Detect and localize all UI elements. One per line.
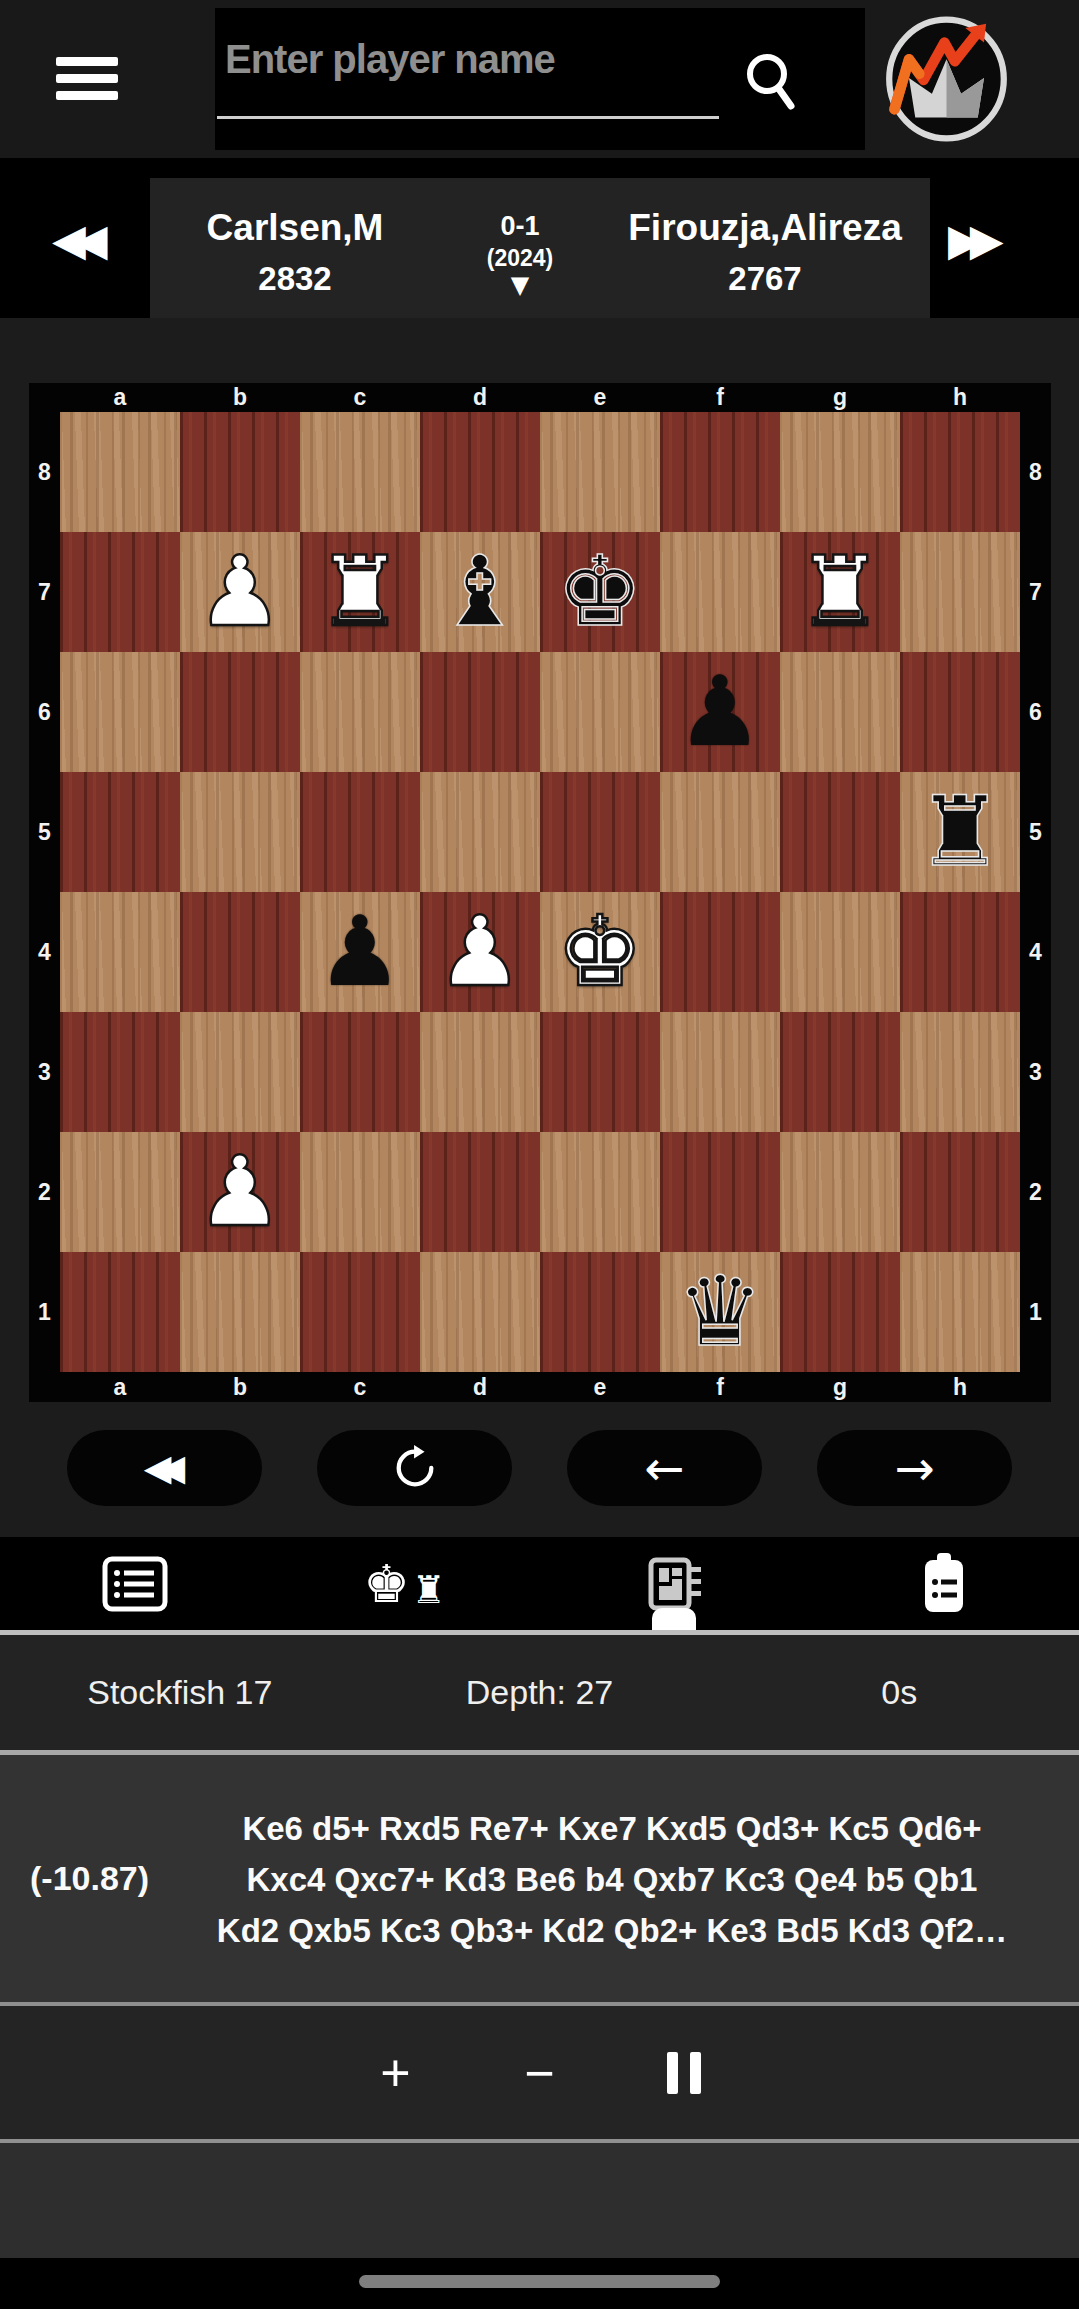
flip-board-icon	[392, 1445, 438, 1491]
square-f8[interactable]	[660, 412, 780, 532]
square-h7[interactable]	[900, 532, 1020, 652]
square-h2[interactable]	[900, 1132, 1020, 1252]
square-g5[interactable]	[780, 772, 900, 892]
square-b6[interactable]	[180, 652, 300, 772]
player-search-box	[215, 8, 865, 150]
game-result: 0-1	[440, 212, 600, 240]
rank-label-2: 2	[29, 1132, 60, 1252]
square-g1[interactable]	[780, 1252, 900, 1372]
square-h1[interactable]	[900, 1252, 1020, 1372]
file-labels-bottom: abcdefgh	[60, 1372, 1020, 1402]
square-a1[interactable]	[60, 1252, 180, 1372]
file-label-e: e	[540, 1372, 660, 1402]
square-b7[interactable]: ♟	[180, 532, 300, 652]
file-label-g: g	[780, 383, 900, 412]
engine-analysis-panel: (-10.87) Ke6 d5+ Rxd5 Re7+ Kxe7 Kxd5 Qd3…	[0, 1755, 1079, 2002]
square-d2[interactable]	[420, 1132, 540, 1252]
white-player: Carlsen,M 2832	[150, 178, 440, 318]
square-f7[interactable]	[660, 532, 780, 652]
square-g2[interactable]	[780, 1132, 900, 1252]
piece-white-rook-c7: ♜	[317, 532, 404, 652]
square-a6[interactable]	[60, 652, 180, 772]
top-bar	[0, 0, 1079, 158]
game-nav-bar: ◀◀ Carlsen,M 2832 0-1 (2024) ▼ Firouzja,…	[0, 158, 1079, 318]
remove-line-button[interactable]: −	[500, 2033, 580, 2113]
square-e8[interactable]	[540, 412, 660, 532]
previous-game-icon[interactable]: ◀◀	[52, 218, 108, 262]
square-a2[interactable]	[60, 1132, 180, 1252]
flip-board-button[interactable]	[317, 1430, 512, 1506]
square-a4[interactable]	[60, 892, 180, 1012]
tab-notes[interactable]	[809, 1537, 1079, 1630]
game-result-block[interactable]: 0-1 (2024) ▼	[440, 178, 600, 318]
square-c2[interactable]	[300, 1132, 420, 1252]
board-grid: ♟♜♝♚♜♟♜♟♟♚♟♛	[60, 412, 1020, 1372]
square-d3[interactable]	[420, 1012, 540, 1132]
square-b8[interactable]	[180, 412, 300, 532]
pv-line-1: Ke6 d5+ Rxd5 Re7+ Kxe7 Kxd5 Qd3+ Kc5 Qd6…	[175, 1802, 1049, 1853]
square-g7[interactable]: ♜	[780, 532, 900, 652]
square-e4[interactable]: ♚	[540, 892, 660, 1012]
square-c4[interactable]: ♟	[300, 892, 420, 1012]
rank-label-8: 8	[29, 412, 60, 532]
rank-labels-left: 87654321	[29, 412, 60, 1372]
file-label-f: f	[660, 383, 780, 412]
piece-white-pawn-b2: ♟	[197, 1132, 284, 1252]
piece-black-pawn-f6: ♟	[677, 652, 764, 772]
pause-button[interactable]	[644, 2033, 724, 2113]
square-g4[interactable]	[780, 892, 900, 1012]
file-label-c: c	[300, 383, 420, 412]
pv-line-2: Kxc4 Qxc7+ Kd3 Be6 b4 Qxb7 Kc3 Qe4 b5 Qb…	[175, 1853, 1049, 1904]
square-a5[interactable]	[60, 772, 180, 892]
file-label-a: a	[60, 383, 180, 412]
square-f3[interactable]	[660, 1012, 780, 1132]
rank-label-7: 7	[29, 532, 60, 652]
square-d8[interactable]	[420, 412, 540, 532]
chess-analysis-app: ◀◀ Carlsen,M 2832 0-1 (2024) ▼ Firouzja,…	[0, 0, 1079, 2309]
rank-label-5: 5	[29, 772, 60, 892]
chess-pieces-icon: ♚♜	[363, 1558, 446, 1610]
black-player-name: Firouzja,Alireza	[600, 208, 930, 248]
next-move-button[interactable]: →	[817, 1430, 1012, 1506]
engine-status-bar[interactable]: Stockfish 17 Depth: 27 0s	[0, 1635, 1079, 1750]
piece-black-king-e7: ♚	[557, 532, 644, 652]
file-label-e: e	[540, 383, 660, 412]
board-nav-row: ◀◀ ← →	[0, 1430, 1079, 1508]
search-icon[interactable]	[739, 48, 801, 118]
rank-label-3: 3	[1020, 1012, 1051, 1132]
square-c6[interactable]	[300, 652, 420, 772]
player-search-input[interactable]	[223, 36, 722, 83]
black-player: Firouzja,Alireza 2767	[600, 178, 930, 318]
square-d1[interactable]	[420, 1252, 540, 1372]
square-e2[interactable]	[540, 1132, 660, 1252]
system-bottom-bar	[0, 2258, 1079, 2309]
square-h3[interactable]	[900, 1012, 1020, 1132]
square-b1[interactable]	[180, 1252, 300, 1372]
next-game-icon[interactable]: ▶▶	[948, 218, 1004, 262]
square-a3[interactable]	[60, 1012, 180, 1132]
file-label-h: h	[900, 383, 1020, 412]
rank-label-3: 3	[29, 1012, 60, 1132]
arrow-right-icon: →	[894, 1448, 934, 1488]
file-label-b: b	[180, 1372, 300, 1402]
square-d6[interactable]	[420, 652, 540, 772]
tab-engine[interactable]	[540, 1537, 810, 1630]
square-d4[interactable]: ♟	[420, 892, 540, 1012]
square-b3[interactable]	[180, 1012, 300, 1132]
piece-white-pawn-b7: ♟	[197, 532, 284, 652]
piece-white-pawn-d4: ♟	[437, 892, 524, 1012]
go-to-start-button[interactable]: ◀◀	[67, 1430, 262, 1506]
square-c7[interactable]: ♜	[300, 532, 420, 652]
file-label-c: c	[300, 1372, 420, 1402]
list-icon	[102, 1556, 168, 1612]
square-h8[interactable]	[900, 412, 1020, 532]
file-label-g: g	[780, 1372, 900, 1402]
rank-label-6: 6	[1020, 652, 1051, 772]
engine-chip-icon	[643, 1554, 705, 1614]
clipboard-icon	[920, 1552, 968, 1616]
piece-black-queen-f1: ♛	[677, 1252, 764, 1372]
square-h6[interactable]	[900, 652, 1020, 772]
add-line-button[interactable]: +	[356, 2033, 436, 2113]
white-player-rating: 2832	[150, 260, 440, 298]
engine-pv-moves[interactable]: Ke6 d5+ Rxd5 Re7+ Kxe7 Kxd5 Qd3+ Kc5 Qd6…	[175, 1802, 1049, 1955]
file-label-d: d	[420, 1372, 540, 1402]
file-label-d: d	[420, 383, 540, 412]
rank-label-6: 6	[29, 652, 60, 772]
square-g6[interactable]	[780, 652, 900, 772]
previous-move-button[interactable]: ←	[567, 1430, 762, 1506]
tab-games-list[interactable]	[0, 1537, 270, 1630]
piece-white-rook-g7: ♜	[797, 532, 884, 652]
chevron-down-icon[interactable]: ▼	[440, 272, 600, 298]
lower-panel	[0, 2143, 1079, 2258]
rank-label-5: 5	[1020, 772, 1051, 892]
game-year: (2024)	[440, 246, 600, 270]
square-f2[interactable]	[660, 1132, 780, 1252]
tab-pieces-setup[interactable]: ♚♜	[270, 1537, 540, 1630]
white-player-name: Carlsen,M	[150, 208, 440, 248]
home-indicator[interactable]	[359, 2275, 720, 2288]
piece-black-rook-h5: ♜	[917, 772, 1004, 892]
square-h5[interactable]: ♜	[900, 772, 1020, 892]
rank-label-1: 1	[1020, 1252, 1051, 1372]
tab-bar: ♚♜	[0, 1537, 1079, 1630]
engine-name: Stockfish 17	[0, 1673, 360, 1712]
menu-icon[interactable]	[56, 57, 118, 108]
fast-rewind-icon: ◀◀	[144, 1448, 185, 1488]
square-c5[interactable]	[300, 772, 420, 892]
square-f6[interactable]: ♟	[660, 652, 780, 772]
square-g8[interactable]	[780, 412, 900, 532]
chess-board: abcdefgh abcdefgh 87654321 87654321 ♟♜♝♚…	[29, 383, 1051, 1402]
square-b5[interactable]	[180, 772, 300, 892]
rank-label-7: 7	[1020, 532, 1051, 652]
file-label-a: a	[60, 1372, 180, 1402]
file-label-h: h	[900, 1372, 1020, 1402]
square-g3[interactable]	[780, 1012, 900, 1132]
square-c1[interactable]	[300, 1252, 420, 1372]
rank-labels-right: 87654321	[1020, 412, 1051, 1372]
square-f5[interactable]	[660, 772, 780, 892]
pause-icon	[667, 2052, 701, 2094]
rank-label-4: 4	[29, 892, 60, 1012]
piece-black-bishop-d7: ♝	[437, 532, 524, 652]
engine-controls: + −	[0, 2006, 1079, 2139]
square-a8[interactable]	[60, 412, 180, 532]
rank-label-1: 1	[29, 1252, 60, 1372]
game-header-panel[interactable]: Carlsen,M 2832 0-1 (2024) ▼ Firouzja,Ali…	[150, 178, 930, 318]
engine-time: 0s	[719, 1673, 1079, 1712]
square-h4[interactable]	[900, 892, 1020, 1012]
engine-depth: Depth: 27	[360, 1673, 720, 1712]
active-tab-indicator	[652, 1608, 696, 1630]
square-a7[interactable]	[60, 532, 180, 652]
rank-label-8: 8	[1020, 412, 1051, 532]
file-label-b: b	[180, 383, 300, 412]
square-f4[interactable]	[660, 892, 780, 1012]
square-e1[interactable]	[540, 1252, 660, 1372]
square-b2[interactable]: ♟	[180, 1132, 300, 1252]
pv-line-3: Kd2 Qxb5 Kc3 Qb3+ Kd2 Qb2+ Ke3 Bd5 Kd3 Q…	[175, 1904, 1049, 1955]
square-b4[interactable]	[180, 892, 300, 1012]
square-d5[interactable]	[420, 772, 540, 892]
piece-black-pawn-c4: ♟	[317, 892, 404, 1012]
crown-chart-logo[interactable]	[884, 14, 1009, 142]
engine-evaluation: (-10.87)	[30, 1755, 149, 2002]
square-d7[interactable]: ♝	[420, 532, 540, 652]
rank-label-2: 2	[1020, 1132, 1051, 1252]
file-label-f: f	[660, 1372, 780, 1402]
square-c8[interactable]	[300, 412, 420, 532]
square-e5[interactable]	[540, 772, 660, 892]
black-player-rating: 2767	[600, 260, 930, 298]
search-underline	[217, 116, 719, 119]
square-e7[interactable]: ♚	[540, 532, 660, 652]
square-c3[interactable]	[300, 1012, 420, 1132]
file-labels-top: abcdefgh	[60, 383, 1020, 412]
rank-label-4: 4	[1020, 892, 1051, 1012]
square-e3[interactable]	[540, 1012, 660, 1132]
piece-white-king-e4: ♚	[557, 892, 644, 1012]
square-f1[interactable]: ♛	[660, 1252, 780, 1372]
arrow-left-icon: ←	[644, 1448, 684, 1488]
square-e6[interactable]	[540, 652, 660, 772]
